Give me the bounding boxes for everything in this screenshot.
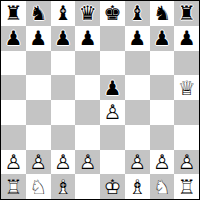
square-f1[interactable]: ♝♗	[125, 174, 150, 199]
square-a5[interactable]	[1, 75, 26, 100]
black-rook-icon: ♜	[178, 3, 196, 23]
square-f4[interactable]	[125, 100, 150, 125]
square-g4[interactable]	[150, 100, 175, 125]
white-knight-icon: ♞♘	[153, 177, 171, 197]
square-c4[interactable]	[51, 100, 76, 125]
black-knight-icon: ♞	[29, 3, 47, 23]
white-pawn-icon: ♟♙	[54, 152, 72, 172]
square-e1[interactable]: ♚♔	[100, 174, 125, 199]
square-d8[interactable]: ♛	[75, 1, 100, 26]
square-a1[interactable]: ♜♖	[1, 174, 26, 199]
black-pawn-icon: ♟	[103, 78, 121, 98]
square-f8[interactable]: ♝	[125, 1, 150, 26]
square-a7[interactable]: ♟	[1, 26, 26, 51]
square-d6[interactable]	[75, 51, 100, 76]
square-f2[interactable]: ♟♙	[125, 150, 150, 175]
black-bishop-icon: ♝	[54, 3, 72, 23]
square-b4[interactable]	[26, 100, 51, 125]
square-c7[interactable]: ♟	[51, 26, 76, 51]
white-pawn-icon: ♟♙	[128, 152, 146, 172]
square-e7[interactable]	[100, 26, 125, 51]
square-e8[interactable]: ♚	[100, 1, 125, 26]
square-d3[interactable]	[75, 125, 100, 150]
square-b5[interactable]	[26, 75, 51, 100]
square-c3[interactable]	[51, 125, 76, 150]
square-f7[interactable]: ♟	[125, 26, 150, 51]
square-e5[interactable]: ♟	[100, 75, 125, 100]
square-b2[interactable]: ♟♙	[26, 150, 51, 175]
square-c2[interactable]: ♟♙	[51, 150, 76, 175]
white-knight-icon: ♞♘	[29, 177, 47, 197]
square-h1[interactable]: ♜♖	[174, 174, 199, 199]
square-b6[interactable]	[26, 51, 51, 76]
square-c1[interactable]: ♝♗	[51, 174, 76, 199]
square-d5[interactable]	[75, 75, 100, 100]
square-h4[interactable]	[174, 100, 199, 125]
square-d2[interactable]: ♟♙	[75, 150, 100, 175]
square-a4[interactable]	[1, 100, 26, 125]
black-queen-icon: ♛	[79, 3, 97, 23]
square-b8[interactable]: ♞	[26, 1, 51, 26]
square-a2[interactable]: ♟♙	[1, 150, 26, 175]
black-bishop-icon: ♝	[128, 3, 146, 23]
white-bishop-icon: ♝♗	[54, 177, 72, 197]
white-pawn-icon: ♟♙	[4, 152, 22, 172]
square-h5[interactable]: ♛♕	[174, 75, 199, 100]
square-a3[interactable]	[1, 125, 26, 150]
black-king-icon: ♚	[103, 3, 121, 23]
square-c5[interactable]	[51, 75, 76, 100]
square-b3[interactable]	[26, 125, 51, 150]
black-pawn-icon: ♟	[29, 28, 47, 48]
white-pawn-icon: ♟♙	[153, 152, 171, 172]
black-knight-icon: ♞	[153, 3, 171, 23]
black-pawn-icon: ♟	[128, 28, 146, 48]
white-pawn-icon: ♟♙	[178, 152, 196, 172]
square-g7[interactable]: ♟	[150, 26, 175, 51]
square-a8[interactable]: ♜	[1, 1, 26, 26]
square-g1[interactable]: ♞♘	[150, 174, 175, 199]
white-rook-icon: ♜♖	[4, 177, 22, 197]
square-c6[interactable]	[51, 51, 76, 76]
chess-board: ♜♞♝♛♚♝♞♜♟♟♟♟♟♟♟♟♛♕♟♙♟♙♟♙♟♙♟♙♟♙♟♙♟♙♜♖♞♘♝♗…	[0, 0, 200, 200]
square-g6[interactable]	[150, 51, 175, 76]
square-e6[interactable]	[100, 51, 125, 76]
square-a6[interactable]	[1, 51, 26, 76]
white-queen-icon: ♛♕	[178, 78, 196, 98]
square-g8[interactable]: ♞	[150, 1, 175, 26]
white-rook-icon: ♜♖	[178, 177, 196, 197]
black-pawn-icon: ♟	[153, 28, 171, 48]
square-f5[interactable]	[125, 75, 150, 100]
square-h6[interactable]	[174, 51, 199, 76]
white-pawn-icon: ♟♙	[79, 152, 97, 172]
black-pawn-icon: ♟	[4, 28, 22, 48]
square-h2[interactable]: ♟♙	[174, 150, 199, 175]
white-pawn-icon: ♟♙	[29, 152, 47, 172]
square-b7[interactable]: ♟	[26, 26, 51, 51]
square-b1[interactable]: ♞♘	[26, 174, 51, 199]
square-d1[interactable]	[75, 174, 100, 199]
black-pawn-icon: ♟	[54, 28, 72, 48]
square-c8[interactable]: ♝	[51, 1, 76, 26]
square-d7[interactable]: ♟	[75, 26, 100, 51]
black-pawn-icon: ♟	[178, 28, 196, 48]
square-g5[interactable]	[150, 75, 175, 100]
white-pawn-icon: ♟♙	[103, 102, 121, 122]
black-rook-icon: ♜	[4, 3, 22, 23]
square-h8[interactable]: ♜	[174, 1, 199, 26]
black-pawn-icon: ♟	[79, 28, 97, 48]
square-h3[interactable]	[174, 125, 199, 150]
white-king-icon: ♚♔	[103, 177, 121, 197]
square-g2[interactable]: ♟♙	[150, 150, 175, 175]
square-e2[interactable]	[100, 150, 125, 175]
square-e4[interactable]: ♟♙	[100, 100, 125, 125]
square-h7[interactable]: ♟	[174, 26, 199, 51]
square-e3[interactable]	[100, 125, 125, 150]
square-g3[interactable]	[150, 125, 175, 150]
square-f3[interactable]	[125, 125, 150, 150]
square-f6[interactable]	[125, 51, 150, 76]
white-bishop-icon: ♝♗	[128, 177, 146, 197]
square-d4[interactable]	[75, 100, 100, 125]
